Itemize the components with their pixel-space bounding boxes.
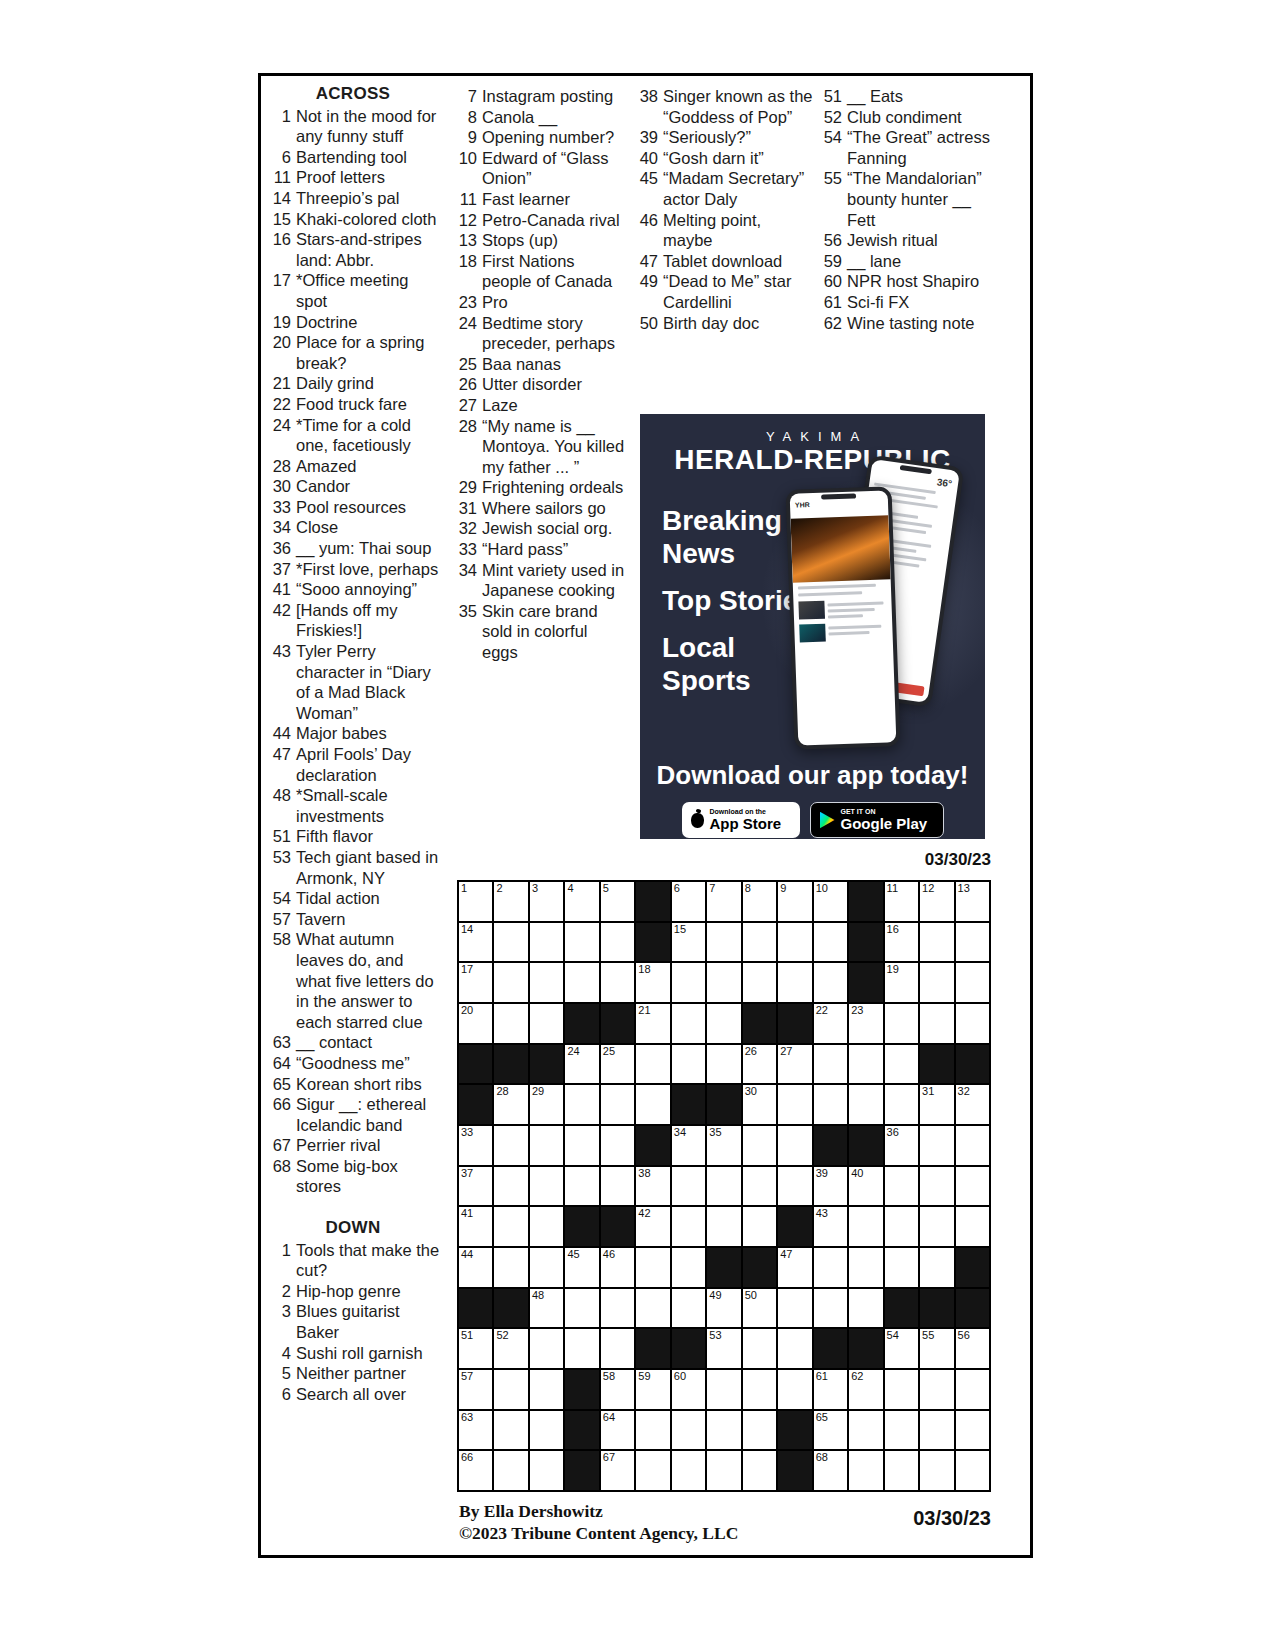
clue-item: 16Stars-and-stripes land: Abbr. <box>266 229 440 270</box>
grid-cell[interactable] <box>920 1004 953 1043</box>
grid-cell[interactable] <box>707 963 740 1002</box>
grid-cell[interactable] <box>530 1167 563 1206</box>
grid-cell-number: 59 <box>638 1370 650 1383</box>
clue-item: 9Opening number? <box>452 127 626 148</box>
clue-item: 55“The Mandalorian” bounty hunter __ Fet… <box>817 168 1003 230</box>
grid-cell[interactable]: 27 <box>778 1045 811 1084</box>
clue-text: Tavern <box>296 909 440 930</box>
grid-cell[interactable] <box>956 1167 989 1206</box>
grid-cell-black <box>778 1411 811 1450</box>
grid-cell[interactable]: 65 <box>814 1411 847 1450</box>
clue-number: 13 <box>452 230 477 251</box>
grid-cell[interactable]: 8 <box>743 882 776 921</box>
grid-cell[interactable] <box>707 1451 740 1490</box>
clue-item: 31Where sailors go <box>452 498 626 519</box>
grid-cell[interactable] <box>920 1167 953 1206</box>
clue-item: 54Tidal action <box>266 888 440 909</box>
grid-cell[interactable] <box>672 1451 705 1490</box>
grid-cell[interactable] <box>530 1370 563 1409</box>
grid-cell[interactable]: 42 <box>636 1207 669 1246</box>
grid-cell[interactable] <box>707 1045 740 1084</box>
grid-cell[interactable] <box>601 1329 634 1368</box>
grid-cell-black <box>920 1045 953 1084</box>
grid-cell[interactable] <box>530 1126 563 1165</box>
grid-cell[interactable] <box>743 1411 776 1450</box>
clue-item: 58What autumn leaves do, and what five l… <box>266 929 440 1032</box>
clue-item: 24Bedtime story preceder, perhaps <box>452 313 626 354</box>
grid-cell[interactable] <box>956 1004 989 1043</box>
clue-item: 45“Madam Secretary” actor Daly <box>633 168 813 209</box>
grid-cell[interactable]: 4 <box>565 882 598 921</box>
grid-cell[interactable] <box>814 1045 847 1084</box>
clue-item: 68Some big-box stores <box>266 1156 440 1197</box>
grid-cell[interactable] <box>885 1411 918 1450</box>
clue-text: Baa nanas <box>482 354 626 375</box>
grid-cell[interactable] <box>636 1085 669 1124</box>
grid-cell[interactable] <box>530 1004 563 1043</box>
grid-cell[interactable] <box>814 1289 847 1328</box>
grid-cell[interactable] <box>565 1167 598 1206</box>
clue-number: 11 <box>452 189 477 210</box>
grid-cell[interactable] <box>636 1289 669 1328</box>
clue-text: Some big-box stores <box>296 1156 440 1197</box>
grid-cell[interactable]: 2 <box>494 882 527 921</box>
grid-cell[interactable] <box>920 963 953 1002</box>
grid-cell-black <box>849 923 882 962</box>
grid-cell[interactable] <box>849 1411 882 1450</box>
grid-cell[interactable]: 32 <box>956 1085 989 1124</box>
grid-cell[interactable]: 13 <box>956 882 989 921</box>
grid-cell[interactable]: 41 <box>459 1207 492 1246</box>
clue-item: 13Stops (up) <box>452 230 626 251</box>
grid-cell[interactable]: 6 <box>672 882 705 921</box>
clue-item: 65Korean short ribs <box>266 1074 440 1095</box>
clue-text: Doctrine <box>296 312 440 333</box>
grid-cell[interactable] <box>885 1004 918 1043</box>
grid-cell[interactable] <box>565 1085 598 1124</box>
clue-number: 31 <box>452 498 477 519</box>
clue-text: Pool resources <box>296 497 440 518</box>
clue-item: 21Daily grind <box>266 373 440 394</box>
clue-item: 3Blues guitarist Baker <box>266 1301 440 1342</box>
grid-cell[interactable] <box>743 1207 776 1246</box>
grid-cell[interactable] <box>956 1126 989 1165</box>
grid-cell[interactable]: 64 <box>601 1411 634 1450</box>
grid-cell[interactable] <box>849 1045 882 1084</box>
grid-cell[interactable]: 63 <box>459 1411 492 1450</box>
grid-cell[interactable]: 52 <box>494 1329 527 1368</box>
grid-cell[interactable] <box>601 1167 634 1206</box>
grid-cell[interactable]: 5 <box>601 882 634 921</box>
grid-cell[interactable] <box>565 1329 598 1368</box>
grid-cell[interactable] <box>565 963 598 1002</box>
grid-cell-number: 26 <box>745 1045 757 1058</box>
grid-cell[interactable] <box>885 1370 918 1409</box>
grid-cell[interactable]: 58 <box>601 1370 634 1409</box>
grid-cell-number: 40 <box>851 1167 863 1180</box>
grid-cell-black <box>920 1289 953 1328</box>
grid-cell[interactable] <box>636 1248 669 1287</box>
grid-cell[interactable] <box>778 923 811 962</box>
grid-cell[interactable] <box>636 1045 669 1084</box>
grid-cell[interactable] <box>707 1370 740 1409</box>
clue-number: 51 <box>266 826 291 847</box>
grid-cell[interactable]: 40 <box>849 1167 882 1206</box>
grid-cell[interactable] <box>672 1045 705 1084</box>
grid-cell[interactable] <box>778 1329 811 1368</box>
grid-cell[interactable]: 61 <box>814 1370 847 1409</box>
grid-cell[interactable] <box>565 1126 598 1165</box>
grid-cell[interactable]: 48 <box>530 1289 563 1328</box>
grid-cell[interactable]: 67 <box>601 1451 634 1490</box>
grid-cell[interactable] <box>530 963 563 1002</box>
clue-item: 35Skin care brand sold in colorful eggs <box>452 601 626 663</box>
clue-item: 52Club condiment <box>817 107 1003 128</box>
clue-number: 32 <box>452 518 477 539</box>
clue-item: 50Birth day doc <box>633 313 813 334</box>
clue-item: 33“Hard pass” <box>452 539 626 560</box>
grid-cell[interactable] <box>920 1248 953 1287</box>
clue-number: 61 <box>817 292 842 313</box>
grid-cell[interactable] <box>494 1370 527 1409</box>
grid-cell[interactable] <box>707 923 740 962</box>
grid-cell[interactable] <box>920 1126 953 1165</box>
clue-text: “Sooo annoying” <box>296 579 440 600</box>
grid-cell[interactable] <box>494 1411 527 1450</box>
grid-cell[interactable]: 56 <box>956 1329 989 1368</box>
clue-number: 7 <box>452 86 477 107</box>
clue-text: Proof letters <box>296 167 440 188</box>
grid-cell[interactable] <box>743 923 776 962</box>
grid-cell[interactable] <box>530 1411 563 1450</box>
grid-cell[interactable]: 51 <box>459 1329 492 1368</box>
grid-cell[interactable] <box>814 923 847 962</box>
grid-cell[interactable] <box>778 1289 811 1328</box>
grid-cell[interactable] <box>565 923 598 962</box>
grid-cell[interactable] <box>530 1451 563 1490</box>
grid-cell[interactable]: 39 <box>814 1167 847 1206</box>
grid-cell[interactable]: 16 <box>885 923 918 962</box>
grid-cell[interactable]: 10 <box>814 882 847 921</box>
grid-cell[interactable] <box>920 1411 953 1450</box>
grid-cell[interactable] <box>885 1167 918 1206</box>
grid-cell[interactable]: 60 <box>672 1370 705 1409</box>
grid-cell[interactable] <box>672 1167 705 1206</box>
grid-cell[interactable] <box>530 1329 563 1368</box>
grid-cell-number: 9 <box>780 882 786 895</box>
across-clue-list: 1Not in the mood for any funny stuff6Bar… <box>266 106 440 1197</box>
clue-item: 49“Dead to Me” star Cardellini <box>633 271 813 312</box>
grid-cell[interactable] <box>636 1411 669 1450</box>
grid-cell[interactable] <box>920 1370 953 1409</box>
grid-cell-number: 54 <box>887 1329 899 1342</box>
grid-cell[interactable] <box>743 1329 776 1368</box>
grid-cell[interactable] <box>601 963 634 1002</box>
grid-cell[interactable]: 28 <box>494 1085 527 1124</box>
grid-cell-black <box>494 1289 527 1328</box>
grid-cell[interactable]: 30 <box>743 1085 776 1124</box>
grid-cell[interactable]: 25 <box>601 1045 634 1084</box>
grid-cell[interactable]: 17 <box>459 963 492 1002</box>
grid-cell[interactable]: 66 <box>459 1451 492 1490</box>
grid-cell[interactable] <box>849 1451 882 1490</box>
clue-number: 1 <box>266 106 291 127</box>
grid-cell-black <box>565 1411 598 1450</box>
grid-cell[interactable]: 33 <box>459 1126 492 1165</box>
apple-logo-icon <box>691 813 704 828</box>
grid-cell[interactable]: 47 <box>778 1248 811 1287</box>
clue-column-3: 38Singer known as the “Goddess of Pop”39… <box>633 86 813 333</box>
grid-cell[interactable]: 15 <box>672 923 705 962</box>
grid-cell[interactable] <box>956 1370 989 1409</box>
clue-text: Jewish ritual <box>847 230 1003 251</box>
grid-cell[interactable] <box>707 1207 740 1246</box>
grid-cell-black <box>778 1451 811 1490</box>
grid-cell[interactable] <box>885 1045 918 1084</box>
clue-number: 33 <box>452 539 477 560</box>
clue-item: 11Fast learner <box>452 189 626 210</box>
grid-cell-black <box>707 1248 740 1287</box>
clue-text: NPR host Shapiro <box>847 271 1003 292</box>
grid-cell[interactable] <box>778 1370 811 1409</box>
clue-item: 53Tech giant based in Armonk, NY <box>266 847 440 888</box>
clue-text: Close <box>296 517 440 538</box>
grid-cell-number: 56 <box>958 1329 970 1342</box>
article-thumbnail <box>799 624 826 643</box>
grid-cell[interactable] <box>494 1167 527 1206</box>
grid-cell[interactable]: 43 <box>814 1207 847 1246</box>
grid-cell[interactable] <box>920 1451 953 1490</box>
grid-cell[interactable]: 7 <box>707 882 740 921</box>
clue-text: *Office meeting spot <box>296 270 440 311</box>
grid-cell[interactable]: 57 <box>459 1370 492 1409</box>
clue-text: Jewish social org. <box>482 518 626 539</box>
grid-cell[interactable]: 68 <box>814 1451 847 1490</box>
clue-text: Frightening ordeals <box>482 477 626 498</box>
grid-cell[interactable] <box>707 1167 740 1206</box>
grid-cell[interactable] <box>494 1207 527 1246</box>
grid-cell-black <box>636 882 669 921</box>
grid-cell[interactable]: 29 <box>530 1085 563 1124</box>
grid-cell[interactable]: 54 <box>885 1329 918 1368</box>
clue-text: Melting point, maybe <box>663 210 813 251</box>
grid-cell[interactable] <box>601 1289 634 1328</box>
grid-cell[interactable]: 49 <box>707 1289 740 1328</box>
grid-cell[interactable] <box>636 1451 669 1490</box>
grid-cell[interactable] <box>494 1248 527 1287</box>
grid-cell[interactable]: 26 <box>743 1045 776 1084</box>
grid-cell[interactable] <box>920 923 953 962</box>
grid-cell[interactable]: 20 <box>459 1004 492 1043</box>
grid-cell[interactable]: 36 <box>885 1126 918 1165</box>
clue-text: What autumn leaves do, and what five let… <box>296 929 440 1032</box>
grid-cell[interactable]: 19 <box>885 963 918 1002</box>
grid-cell[interactable] <box>743 963 776 1002</box>
grid-cell[interactable]: 44 <box>459 1248 492 1287</box>
grid-cell[interactable] <box>885 1248 918 1287</box>
grid-cell-number: 30 <box>745 1085 757 1098</box>
grid-cell[interactable] <box>956 1207 989 1246</box>
clue-text: Blues guitarist Baker <box>296 1301 440 1342</box>
grid-cell[interactable]: 3 <box>530 882 563 921</box>
grid-cell[interactable] <box>956 923 989 962</box>
clue-column-1: ACROSS 1Not in the mood for any funny st… <box>266 84 440 1404</box>
clue-item: 4Sushi roll garnish <box>266 1343 440 1364</box>
grid-cell[interactable] <box>494 923 527 962</box>
grid-cell[interactable] <box>849 1289 882 1328</box>
grid-cell[interactable] <box>494 963 527 1002</box>
clue-text: Hip-hop genre <box>296 1281 440 1302</box>
clue-item: 8Canola __ <box>452 107 626 128</box>
clue-text: “The Mandalorian” bounty hunter __ Fett <box>847 168 1003 230</box>
clue-number: 21 <box>266 373 291 394</box>
clue-number: 16 <box>266 229 291 250</box>
grid-cell-black <box>565 1207 598 1246</box>
clue-text: Petro-Canada rival <box>482 210 626 231</box>
clue-number: 66 <box>266 1094 291 1115</box>
grid-cell[interactable] <box>885 1451 918 1490</box>
grid-cell[interactable] <box>530 923 563 962</box>
grid-cell[interactable]: 1 <box>459 882 492 921</box>
grid-cell[interactable] <box>885 1085 918 1124</box>
clue-text: “Gosh darn it” <box>663 148 813 169</box>
app-store-badge-big-text: App Store <box>710 816 782 832</box>
clue-text: Mint variety used in Japanese cooking <box>482 560 626 601</box>
grid-cell[interactable] <box>849 1207 882 1246</box>
clue-text: Stars-and-stripes land: Abbr. <box>296 229 440 270</box>
grid-cell[interactable]: 50 <box>743 1289 776 1328</box>
clue-number: 42 <box>266 600 291 621</box>
grid-cell[interactable] <box>707 1004 740 1043</box>
grid-cell[interactable] <box>672 1411 705 1450</box>
grid-cell[interactable]: 11 <box>885 882 918 921</box>
grid-cell[interactable]: 21 <box>636 1004 669 1043</box>
grid-cell[interactable] <box>814 1085 847 1124</box>
grid-cell[interactable]: 14 <box>459 923 492 962</box>
grid-cell[interactable] <box>778 1085 811 1124</box>
clue-item: 42[Hands off my Friskies!] <box>266 600 440 641</box>
grid-cell[interactable]: 23 <box>849 1004 882 1043</box>
grid-cell[interactable] <box>743 1370 776 1409</box>
grid-cell[interactable] <box>849 1085 882 1124</box>
google-play-badge[interactable]: GET IT ON Google Play <box>810 802 944 838</box>
clue-number: 12 <box>452 210 477 231</box>
grid-cell[interactable]: 31 <box>920 1085 953 1124</box>
grid-cell-number: 10 <box>816 882 828 895</box>
grid-cell-black <box>956 1289 989 1328</box>
grid-cell[interactable] <box>743 1451 776 1490</box>
grid-cell[interactable] <box>494 1451 527 1490</box>
grid-cell[interactable] <box>778 1126 811 1165</box>
grid-cell[interactable] <box>601 1126 634 1165</box>
grid-cell[interactable] <box>672 963 705 1002</box>
clue-text: “Goodness me” <box>296 1053 440 1074</box>
grid-cell-number: 23 <box>851 1004 863 1017</box>
grid-cell[interactable] <box>530 1207 563 1246</box>
clue-number: 38 <box>633 86 658 107</box>
grid-cell[interactable]: 35 <box>707 1126 740 1165</box>
grid-cell[interactable] <box>743 1126 776 1165</box>
grid-cell[interactable]: 18 <box>636 963 669 1002</box>
grid-cell[interactable] <box>885 1207 918 1246</box>
grid-cell-number: 21 <box>638 1004 650 1017</box>
grid-cell[interactable] <box>778 1167 811 1206</box>
grid-cell[interactable]: 22 <box>814 1004 847 1043</box>
grid-cell[interactable]: 38 <box>636 1167 669 1206</box>
clue-item: 28Amazed <box>266 456 440 477</box>
grid-cell[interactable] <box>601 1085 634 1124</box>
grid-cell[interactable] <box>920 1207 953 1246</box>
clue-item: 51__ Eats <box>817 86 1003 107</box>
grid-cell-number: 36 <box>887 1126 899 1139</box>
clue-text: April Fools’ Day declaration <box>296 744 440 785</box>
grid-cell[interactable] <box>530 1248 563 1287</box>
clue-number: 51 <box>817 86 842 107</box>
grid-cell[interactable]: 45 <box>565 1248 598 1287</box>
clue-number: 64 <box>266 1053 291 1074</box>
grid-cell[interactable] <box>565 1289 598 1328</box>
clue-item: 17*Office meeting spot <box>266 270 440 311</box>
down-clue-list-part3: 38Singer known as the “Goddess of Pop”39… <box>633 86 813 333</box>
grid-cell-number: 58 <box>603 1370 615 1383</box>
newspaper-crossword-page: ACROSS 1Not in the mood for any funny st… <box>0 0 1265 1638</box>
grid-cell[interactable] <box>672 1207 705 1246</box>
grid-cell[interactable] <box>956 1451 989 1490</box>
grid-cell[interactable]: 53 <box>707 1329 740 1368</box>
grid-cell[interactable]: 59 <box>636 1370 669 1409</box>
clue-text: “Madam Secretary” actor Daly <box>663 168 813 209</box>
clue-number: 6 <box>266 1384 291 1405</box>
grid-cell[interactable]: 46 <box>601 1248 634 1287</box>
grid-cell[interactable] <box>601 923 634 962</box>
clue-text: Tablet download <box>663 251 813 272</box>
clue-item: 30Candor <box>266 476 440 497</box>
grid-cell[interactable]: 62 <box>849 1370 882 1409</box>
grid-cell[interactable]: 37 <box>459 1167 492 1206</box>
grid-cell[interactable] <box>743 1167 776 1206</box>
grid-cell[interactable]: 55 <box>920 1329 953 1368</box>
grid-cell[interactable] <box>814 963 847 1002</box>
grid-cell[interactable] <box>956 1411 989 1450</box>
grid-cell[interactable]: 9 <box>778 882 811 921</box>
grid-cell[interactable] <box>778 963 811 1002</box>
grid-cell[interactable]: 24 <box>565 1045 598 1084</box>
grid-cell-number: 12 <box>922 882 934 895</box>
grid-cell[interactable] <box>672 1289 705 1328</box>
grid-cell[interactable] <box>814 1248 847 1287</box>
grid-cell[interactable] <box>672 1248 705 1287</box>
grid-cell[interactable] <box>672 1004 705 1043</box>
clue-text: Laze <box>482 395 626 416</box>
grid-cell-number: 15 <box>674 923 686 936</box>
article-thumbnail <box>798 601 825 620</box>
grid-cell[interactable] <box>956 963 989 1002</box>
clue-text: Utter disorder <box>482 374 626 395</box>
app-store-badge[interactable]: Download on the App Store <box>682 802 800 838</box>
grid-cell[interactable] <box>707 1411 740 1450</box>
clue-item: 66Sigur __: ethereal Icelandic band <box>266 1094 440 1135</box>
grid-cell[interactable] <box>494 1126 527 1165</box>
clue-item: 6Search all over <box>266 1384 440 1405</box>
puzzle-date-top: 03/30/23 <box>457 850 991 870</box>
grid-cell[interactable] <box>494 1004 527 1043</box>
grid-cell-number: 48 <box>532 1289 544 1302</box>
clue-number: 17 <box>266 270 291 291</box>
grid-cell[interactable]: 12 <box>920 882 953 921</box>
clue-text: [Hands off my Friskies!] <box>296 600 440 641</box>
grid-cell[interactable]: 34 <box>672 1126 705 1165</box>
grid-cell[interactable] <box>849 1248 882 1287</box>
